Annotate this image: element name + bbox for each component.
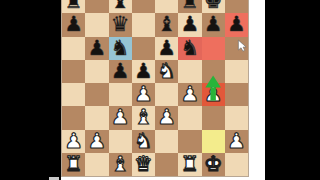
square-c2[interactable] — [109, 130, 132, 153]
square-e3[interactable]: ♟ — [155, 106, 178, 129]
black-pawn-b6[interactable]: ♟ — [87, 37, 106, 58]
square-g2[interactable] — [202, 130, 225, 153]
square-c6[interactable]: ♞ — [109, 37, 132, 60]
video-frame: ♜♝♜♚♟♛♝♟♟♟♟♞♟♞♟♟♞♟♟♟♟♝♟♟♟♞♟♜♝♛♜♚ — [0, 0, 320, 180]
white-queen-d1[interactable]: ♛ — [134, 153, 153, 174]
white-pawn-d4[interactable]: ♟ — [134, 84, 153, 105]
square-a5[interactable] — [62, 60, 85, 83]
black-rook-f8[interactable]: ♜ — [180, 0, 199, 12]
square-a7[interactable]: ♟ — [62, 13, 85, 36]
square-b4[interactable] — [85, 83, 108, 106]
square-b2[interactable]: ♟ — [85, 130, 108, 153]
square-h6[interactable] — [225, 37, 248, 60]
square-c5[interactable]: ♟ — [109, 60, 132, 83]
square-b1[interactable] — [85, 153, 108, 176]
square-c3[interactable]: ♟ — [109, 106, 132, 129]
square-f5[interactable] — [178, 60, 201, 83]
square-b7[interactable] — [85, 13, 108, 36]
square-h1[interactable] — [225, 153, 248, 176]
square-d5[interactable]: ♟ — [132, 60, 155, 83]
black-pawn-a7[interactable]: ♟ — [64, 14, 83, 35]
square-c4[interactable] — [109, 83, 132, 106]
white-pawn-f4[interactable]: ♟ — [180, 84, 199, 105]
square-g6[interactable] — [202, 37, 225, 60]
square-a4[interactable] — [62, 83, 85, 106]
black-king-g8[interactable]: ♚ — [204, 0, 223, 12]
square-g7[interactable]: ♟ — [202, 13, 225, 36]
black-queen-c7[interactable]: ♛ — [111, 14, 130, 35]
square-h7[interactable]: ♟ — [225, 13, 248, 36]
letterbox-right — [265, 0, 320, 180]
white-bishop-d3[interactable]: ♝ — [134, 107, 153, 128]
square-h2[interactable]: ♟ — [225, 130, 248, 153]
square-e7[interactable]: ♝ — [155, 13, 178, 36]
square-f4[interactable]: ♟ — [178, 83, 201, 106]
black-pawn-h7[interactable]: ♟ — [227, 14, 246, 35]
scrollbar-fragment — [49, 177, 59, 180]
square-a2[interactable]: ♟ — [62, 130, 85, 153]
square-d8[interactable] — [132, 0, 155, 13]
white-pawn-a2[interactable]: ♟ — [64, 130, 83, 151]
square-d3[interactable]: ♝ — [132, 106, 155, 129]
square-d7[interactable] — [132, 13, 155, 36]
black-bishop-e7[interactable]: ♝ — [157, 14, 176, 35]
white-knight-d2[interactable]: ♞ — [134, 130, 153, 151]
square-f1[interactable]: ♜ — [178, 153, 201, 176]
letterbox-left — [0, 0, 61, 180]
white-pawn-b2[interactable]: ♟ — [87, 130, 106, 151]
white-pawn-c3[interactable]: ♟ — [111, 107, 130, 128]
square-a1[interactable]: ♜ — [62, 153, 85, 176]
white-bishop-c1[interactable]: ♝ — [111, 153, 130, 174]
white-pawn-g4[interactable]: ♟ — [204, 84, 223, 105]
square-e2[interactable] — [155, 130, 178, 153]
black-knight-f6[interactable]: ♞ — [180, 37, 199, 58]
square-g1[interactable]: ♚ — [202, 153, 225, 176]
square-d2[interactable]: ♞ — [132, 130, 155, 153]
chess-board[interactable]: ♜♝♜♚♟♛♝♟♟♟♟♞♟♞♟♟♞♟♟♟♟♝♟♟♟♞♟♜♝♛♜♚ — [62, 0, 248, 176]
square-b3[interactable] — [85, 106, 108, 129]
square-e4[interactable] — [155, 83, 178, 106]
square-g5[interactable] — [202, 60, 225, 83]
square-g4[interactable]: ♟ — [202, 83, 225, 106]
black-pawn-d5[interactable]: ♟ — [134, 60, 153, 81]
square-e5[interactable]: ♞ — [155, 60, 178, 83]
square-e1[interactable] — [155, 153, 178, 176]
square-d4[interactable]: ♟ — [132, 83, 155, 106]
black-pawn-f7[interactable]: ♟ — [180, 14, 199, 35]
square-b6[interactable]: ♟ — [85, 37, 108, 60]
square-d6[interactable] — [132, 37, 155, 60]
square-f2[interactable] — [178, 130, 201, 153]
square-c7[interactable]: ♛ — [109, 13, 132, 36]
square-e6[interactable]: ♟ — [155, 37, 178, 60]
white-pawn-h2[interactable]: ♟ — [227, 130, 246, 151]
black-pawn-c5[interactable]: ♟ — [111, 60, 130, 81]
square-d1[interactable]: ♛ — [132, 153, 155, 176]
square-h4[interactable] — [225, 83, 248, 106]
square-f7[interactable]: ♟ — [178, 13, 201, 36]
black-knight-c6[interactable]: ♞ — [111, 37, 130, 58]
square-g3[interactable] — [202, 106, 225, 129]
square-a6[interactable] — [62, 37, 85, 60]
square-h3[interactable] — [225, 106, 248, 129]
black-bishop-c8[interactable]: ♝ — [111, 0, 130, 12]
white-knight-e5[interactable]: ♞ — [157, 60, 176, 81]
white-rook-f1[interactable]: ♜ — [180, 153, 199, 174]
white-king-g1[interactable]: ♚ — [204, 153, 223, 174]
square-f3[interactable] — [178, 106, 201, 129]
square-c1[interactable]: ♝ — [109, 153, 132, 176]
white-pawn-e3[interactable]: ♟ — [157, 107, 176, 128]
square-f6[interactable]: ♞ — [178, 37, 201, 60]
square-b8[interactable] — [85, 0, 108, 13]
square-b5[interactable] — [85, 60, 108, 83]
white-rook-a1[interactable]: ♜ — [64, 153, 83, 174]
square-h5[interactable] — [225, 60, 248, 83]
black-rook-a8[interactable]: ♜ — [64, 0, 83, 12]
square-a3[interactable] — [62, 106, 85, 129]
black-pawn-g7[interactable]: ♟ — [204, 14, 223, 35]
black-pawn-e6[interactable]: ♟ — [157, 37, 176, 58]
